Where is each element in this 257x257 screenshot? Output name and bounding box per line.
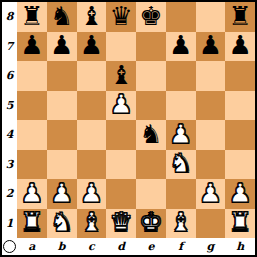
square-b6[interactable]: [47, 61, 77, 91]
square-d2[interactable]: [106, 179, 136, 209]
square-c1[interactable]: ♝: [77, 209, 107, 239]
square-g6[interactable]: [196, 61, 226, 91]
square-e7[interactable]: [136, 32, 166, 62]
piece-white-pawn-d5: ♟: [109, 91, 132, 117]
square-e5[interactable]: [136, 91, 166, 121]
file-label-c: c: [77, 238, 107, 255]
piece-white-pawn-h2: ♟: [228, 180, 251, 206]
white-to-move-indicator: [3, 240, 16, 253]
square-e8[interactable]: ♚: [136, 2, 166, 32]
file-label-f: f: [166, 238, 196, 255]
square-a6[interactable]: [17, 61, 47, 91]
square-g2[interactable]: ♟: [196, 179, 226, 209]
square-g1[interactable]: [196, 209, 226, 239]
rank-label-1: 1: [2, 209, 17, 239]
square-a3[interactable]: [17, 150, 47, 180]
piece-white-pawn-b2: ♟: [50, 180, 73, 206]
square-a5[interactable]: [17, 91, 47, 121]
square-b1[interactable]: ♞: [47, 209, 77, 239]
file-label-h: h: [225, 238, 255, 255]
square-a8[interactable]: ♜: [17, 2, 47, 32]
square-b7[interactable]: ♟: [47, 32, 77, 62]
square-a1[interactable]: ♜: [17, 209, 47, 239]
square-h6[interactable]: [225, 61, 255, 91]
square-e1[interactable]: ♚: [136, 209, 166, 239]
square-h8[interactable]: ♜: [225, 2, 255, 32]
piece-black-pawn-a7: ♟: [20, 32, 43, 58]
square-b3[interactable]: [47, 150, 77, 180]
square-f1[interactable]: ♝: [166, 209, 196, 239]
rank-label-6: 6: [2, 61, 17, 91]
square-e3[interactable]: [136, 150, 166, 180]
square-c5[interactable]: [77, 91, 107, 121]
rank-label-7: 7: [2, 32, 17, 62]
piece-black-bishop-c8: ♝: [80, 3, 103, 29]
file-label-a: a: [17, 238, 47, 255]
square-g8[interactable]: [196, 2, 226, 32]
piece-white-bishop-f1: ♝: [169, 209, 192, 235]
square-f2[interactable]: [166, 179, 196, 209]
file-label-b: b: [47, 238, 77, 255]
square-d3[interactable]: [106, 150, 136, 180]
piece-white-pawn-f4: ♟: [169, 121, 192, 147]
piece-white-rook-h1: ♜: [228, 209, 251, 235]
piece-black-rook-h8: ♜: [228, 3, 251, 29]
rank-label-5: 5: [2, 91, 17, 121]
square-c2[interactable]: ♟: [77, 179, 107, 209]
piece-black-knight-b8: ♞: [50, 3, 73, 29]
square-h4[interactable]: [225, 120, 255, 150]
square-a7[interactable]: ♟: [17, 32, 47, 62]
piece-black-pawn-g7: ♟: [199, 32, 222, 58]
square-c3[interactable]: [77, 150, 107, 180]
square-f4[interactable]: ♟: [166, 120, 196, 150]
piece-white-pawn-a2: ♟: [20, 180, 43, 206]
square-f8[interactable]: [166, 2, 196, 32]
square-f7[interactable]: ♟: [166, 32, 196, 62]
rank-label-2: 2: [2, 179, 17, 209]
piece-white-knight-b1: ♞: [50, 209, 73, 235]
rank-label-3: 3: [2, 150, 17, 180]
piece-black-pawn-h7: ♟: [228, 32, 251, 58]
move-indicator-corner: [2, 238, 17, 255]
rank-label-4: 4: [2, 120, 17, 150]
square-d1[interactable]: ♛: [106, 209, 136, 239]
piece-white-queen-d1: ♛: [109, 209, 132, 235]
square-h5[interactable]: [225, 91, 255, 121]
piece-black-pawn-f7: ♟: [169, 32, 192, 58]
square-h7[interactable]: ♟: [225, 32, 255, 62]
square-e4[interactable]: ♞: [136, 120, 166, 150]
square-c8[interactable]: ♝: [77, 2, 107, 32]
square-d7[interactable]: [106, 32, 136, 62]
square-a4[interactable]: [17, 120, 47, 150]
square-g4[interactable]: [196, 120, 226, 150]
square-h2[interactable]: ♟: [225, 179, 255, 209]
piece-black-king-e8: ♚: [139, 3, 162, 29]
square-g7[interactable]: ♟: [196, 32, 226, 62]
square-b5[interactable]: [47, 91, 77, 121]
chess-board: 8♜♞♝♛♚♜7♟♟♟♟♟♟6♝5♟4♞♟3♞2♟♟♟♟♟1♜♞♝♛♚♝♜abc…: [0, 0, 257, 257]
file-label-g: g: [196, 238, 226, 255]
square-h3[interactable]: [225, 150, 255, 180]
piece-black-rook-a8: ♜: [20, 3, 43, 29]
square-e6[interactable]: [136, 61, 166, 91]
square-d8[interactable]: ♛: [106, 2, 136, 32]
square-c7[interactable]: ♟: [77, 32, 107, 62]
square-f5[interactable]: [166, 91, 196, 121]
square-g5[interactable]: [196, 91, 226, 121]
piece-white-pawn-g2: ♟: [199, 180, 222, 206]
file-label-d: d: [106, 238, 136, 255]
piece-white-knight-f3: ♞: [169, 150, 192, 176]
rank-label-8: 8: [2, 2, 17, 32]
piece-white-king-e1: ♚: [139, 209, 162, 235]
square-b8[interactable]: ♞: [47, 2, 77, 32]
square-d6[interactable]: ♝: [106, 61, 136, 91]
square-a2[interactable]: ♟: [17, 179, 47, 209]
piece-white-pawn-c2: ♟: [80, 180, 103, 206]
square-e2[interactable]: [136, 179, 166, 209]
square-h1[interactable]: ♜: [225, 209, 255, 239]
square-c6[interactable]: [77, 61, 107, 91]
square-g3[interactable]: [196, 150, 226, 180]
piece-black-bishop-d6: ♝: [109, 62, 132, 88]
piece-black-knight-e4: ♞: [139, 121, 162, 147]
piece-black-queen-d8: ♛: [109, 3, 132, 29]
square-f3[interactable]: ♞: [166, 150, 196, 180]
piece-black-pawn-c7: ♟: [80, 32, 103, 58]
piece-black-pawn-b7: ♟: [50, 32, 73, 58]
square-b4[interactable]: [47, 120, 77, 150]
square-d5[interactable]: ♟: [106, 91, 136, 121]
file-label-e: e: [136, 238, 166, 255]
square-f6[interactable]: [166, 61, 196, 91]
piece-white-bishop-c1: ♝: [80, 209, 103, 235]
square-c4[interactable]: [77, 120, 107, 150]
square-d4[interactable]: [106, 120, 136, 150]
piece-white-rook-a1: ♜: [20, 209, 43, 235]
square-b2[interactable]: ♟: [47, 179, 77, 209]
